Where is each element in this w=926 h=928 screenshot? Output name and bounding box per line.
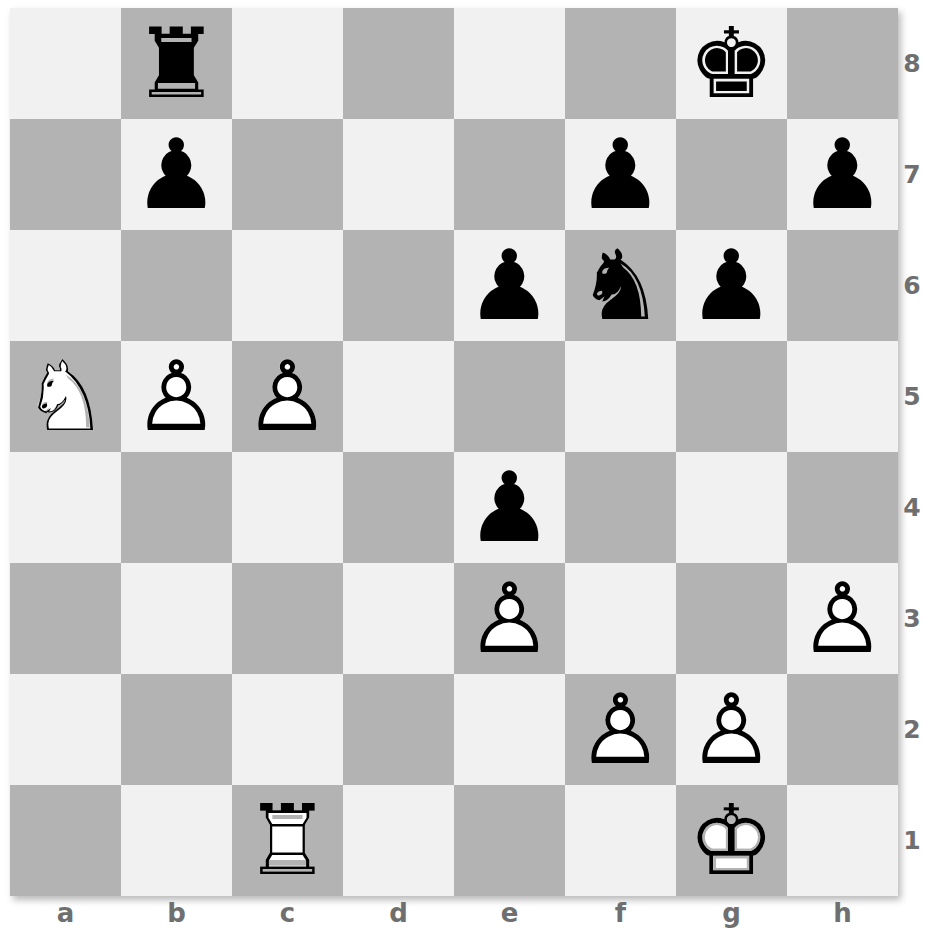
rank-label-1: 1 <box>898 785 926 896</box>
square-d3[interactable] <box>343 563 454 674</box>
white-pawn-glyph: ♙ <box>787 563 898 674</box>
square-b3[interactable] <box>121 563 232 674</box>
rank-labels: 87654321 <box>898 8 926 896</box>
square-e1[interactable] <box>454 785 565 896</box>
rank-label-7: 7 <box>898 119 926 230</box>
square-h1[interactable] <box>787 785 898 896</box>
square-g7[interactable] <box>676 119 787 230</box>
white-pawn-glyph: ♙ <box>232 341 343 452</box>
black-pawn-glyph: ♟ <box>454 230 565 341</box>
square-b1[interactable] <box>121 785 232 896</box>
white-pawn[interactable]: ♟♙ <box>565 674 676 785</box>
square-a3[interactable] <box>10 563 121 674</box>
square-h3[interactable]: ♟♙ <box>787 563 898 674</box>
square-a8[interactable] <box>10 8 121 119</box>
square-f2[interactable]: ♟♙ <box>565 674 676 785</box>
square-f5[interactable] <box>565 341 676 452</box>
white-pawn[interactable]: ♟♙ <box>121 341 232 452</box>
square-a4[interactable] <box>10 452 121 563</box>
file-label-h: h <box>787 896 898 928</box>
square-b2[interactable] <box>121 674 232 785</box>
page-background: ♜♚♟♟♟♟♞♟♞♘♟♙♟♙♟♟♙♟♙♟♙♟♙♜♖♚♔ 87654321 abc… <box>0 0 926 928</box>
square-h4[interactable] <box>787 452 898 563</box>
white-pawn[interactable]: ♟♙ <box>676 674 787 785</box>
square-c4[interactable] <box>232 452 343 563</box>
square-b4[interactable] <box>121 452 232 563</box>
square-e8[interactable] <box>454 8 565 119</box>
file-labels: abcdefgh <box>10 896 898 928</box>
square-b8[interactable]: ♜ <box>121 8 232 119</box>
black-pawn-glyph: ♟ <box>454 452 565 563</box>
file-label-e: e <box>454 896 565 928</box>
square-h7[interactable]: ♟ <box>787 119 898 230</box>
file-label-a: a <box>10 896 121 928</box>
square-g5[interactable] <box>676 341 787 452</box>
square-b7[interactable]: ♟ <box>121 119 232 230</box>
square-h8[interactable] <box>787 8 898 119</box>
file-label-c: c <box>232 896 343 928</box>
square-f4[interactable] <box>565 452 676 563</box>
square-a5[interactable]: ♞♘ <box>10 341 121 452</box>
square-e5[interactable] <box>454 341 565 452</box>
file-label-d: d <box>343 896 454 928</box>
square-d4[interactable] <box>343 452 454 563</box>
black-knight[interactable]: ♞ <box>565 230 676 341</box>
square-e6[interactable]: ♟ <box>454 230 565 341</box>
white-pawn-glyph: ♙ <box>121 341 232 452</box>
black-pawn-glyph: ♟ <box>787 119 898 230</box>
square-g4[interactable] <box>676 452 787 563</box>
square-c7[interactable] <box>232 119 343 230</box>
square-h6[interactable] <box>787 230 898 341</box>
square-d2[interactable] <box>343 674 454 785</box>
rank-label-2: 2 <box>898 674 926 785</box>
white-pawn[interactable]: ♟♙ <box>787 563 898 674</box>
white-pawn-glyph: ♙ <box>676 674 787 785</box>
white-rook[interactable]: ♜♖ <box>232 785 343 896</box>
square-a2[interactable] <box>10 674 121 785</box>
square-b6[interactable] <box>121 230 232 341</box>
square-d6[interactable] <box>343 230 454 341</box>
black-pawn-glyph: ♟ <box>676 230 787 341</box>
square-g3[interactable] <box>676 563 787 674</box>
square-g2[interactable]: ♟♙ <box>676 674 787 785</box>
square-b5[interactable]: ♟♙ <box>121 341 232 452</box>
black-knight-glyph: ♞ <box>565 230 676 341</box>
white-king[interactable]: ♚♔ <box>676 785 787 896</box>
file-label-g: g <box>676 896 787 928</box>
black-pawn-glyph: ♟ <box>121 119 232 230</box>
square-d7[interactable] <box>343 119 454 230</box>
rank-label-8: 8 <box>898 8 926 119</box>
white-knight-glyph: ♘ <box>10 341 121 452</box>
black-pawn-glyph: ♟ <box>565 119 676 230</box>
square-e7[interactable] <box>454 119 565 230</box>
black-pawn[interactable]: ♟ <box>121 119 232 230</box>
white-pawn-glyph: ♙ <box>565 674 676 785</box>
rank-label-4: 4 <box>898 452 926 563</box>
black-rook-glyph: ♜ <box>121 8 232 119</box>
black-king[interactable]: ♚ <box>676 8 787 119</box>
white-king-glyph: ♔ <box>676 785 787 896</box>
chess-board: ♜♚♟♟♟♟♞♟♞♘♟♙♟♙♟♟♙♟♙♟♙♟♙♜♖♚♔ <box>10 8 898 896</box>
black-pawn[interactable]: ♟ <box>565 119 676 230</box>
square-f1[interactable] <box>565 785 676 896</box>
black-pawn[interactable]: ♟ <box>787 119 898 230</box>
file-label-b: b <box>121 896 232 928</box>
square-d1[interactable] <box>343 785 454 896</box>
square-c6[interactable] <box>232 230 343 341</box>
black-rook[interactable]: ♜ <box>121 8 232 119</box>
file-label-f: f <box>565 896 676 928</box>
square-e3[interactable]: ♟♙ <box>454 563 565 674</box>
white-pawn-glyph: ♙ <box>454 563 565 674</box>
square-f6[interactable]: ♞ <box>565 230 676 341</box>
square-c8[interactable] <box>232 8 343 119</box>
square-d5[interactable] <box>343 341 454 452</box>
white-knight[interactable]: ♞♘ <box>10 341 121 452</box>
rank-label-5: 5 <box>898 341 926 452</box>
square-d8[interactable] <box>343 8 454 119</box>
square-h5[interactable] <box>787 341 898 452</box>
white-rook-glyph: ♖ <box>232 785 343 896</box>
black-king-glyph: ♚ <box>676 8 787 119</box>
black-pawn[interactable]: ♟ <box>676 230 787 341</box>
square-a6[interactable] <box>10 230 121 341</box>
square-a7[interactable] <box>10 119 121 230</box>
square-c2[interactable] <box>232 674 343 785</box>
square-g6[interactable]: ♟ <box>676 230 787 341</box>
square-c1[interactable]: ♜♖ <box>232 785 343 896</box>
square-c5[interactable]: ♟♙ <box>232 341 343 452</box>
white-pawn[interactable]: ♟♙ <box>454 563 565 674</box>
black-pawn[interactable]: ♟ <box>454 452 565 563</box>
square-f7[interactable]: ♟ <box>565 119 676 230</box>
white-pawn[interactable]: ♟♙ <box>232 341 343 452</box>
square-h2[interactable] <box>787 674 898 785</box>
square-g8[interactable]: ♚ <box>676 8 787 119</box>
square-a1[interactable] <box>10 785 121 896</box>
black-pawn[interactable]: ♟ <box>454 230 565 341</box>
rank-label-6: 6 <box>898 230 926 341</box>
square-f3[interactable] <box>565 563 676 674</box>
square-e4[interactable]: ♟ <box>454 452 565 563</box>
square-g1[interactable]: ♚♔ <box>676 785 787 896</box>
square-c3[interactable] <box>232 563 343 674</box>
square-e2[interactable] <box>454 674 565 785</box>
square-f8[interactable] <box>565 8 676 119</box>
rank-label-3: 3 <box>898 563 926 674</box>
